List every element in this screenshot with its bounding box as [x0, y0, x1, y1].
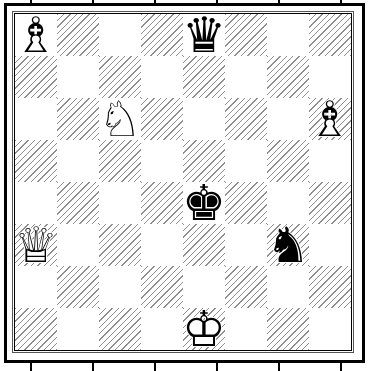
square-f4[interactable] — [225, 182, 267, 224]
square-h1[interactable] — [309, 308, 351, 350]
square-c2[interactable] — [99, 266, 141, 308]
square-h3[interactable] — [309, 224, 351, 266]
square-a8[interactable]: ♝♗ — [15, 14, 57, 56]
square-g1[interactable] — [267, 308, 309, 350]
piece-white-queen-icon[interactable]: ♕ — [15, 225, 57, 267]
square-b6[interactable] — [57, 98, 99, 140]
square-a5[interactable] — [15, 140, 57, 182]
square-g7[interactable] — [267, 56, 309, 98]
piece-white-bishop-icon[interactable]: ♗ — [15, 15, 57, 57]
square-h4[interactable] — [309, 182, 351, 224]
square-c8[interactable] — [99, 14, 141, 56]
piece-black-knight-icon[interactable]: ♞ — [267, 225, 309, 267]
square-g8[interactable] — [267, 14, 309, 56]
square-g5[interactable] — [267, 140, 309, 182]
square-d4[interactable] — [141, 182, 183, 224]
square-a3[interactable]: ♛♕ — [15, 224, 57, 266]
square-c6[interactable]: ♞♘ — [99, 98, 141, 140]
square-b3[interactable] — [57, 224, 99, 266]
square-c1[interactable] — [99, 308, 141, 350]
square-a6[interactable] — [15, 98, 57, 140]
chess-diagram: ♝♗♛♛♞♘♝♗♚♚♛♕♞♞♚♔ — [0, 0, 370, 371]
square-c4[interactable] — [99, 182, 141, 224]
frame-tick-marks-top — [4, 0, 365, 3]
square-b8[interactable] — [57, 14, 99, 56]
square-d6[interactable] — [141, 98, 183, 140]
chess-board: ♝♗♛♛♞♘♝♗♚♚♛♕♞♞♚♔ — [14, 13, 352, 351]
square-e6[interactable] — [183, 98, 225, 140]
square-b5[interactable] — [57, 140, 99, 182]
square-f1[interactable] — [225, 308, 267, 350]
square-b7[interactable] — [57, 56, 99, 98]
square-b2[interactable] — [57, 266, 99, 308]
square-f7[interactable] — [225, 56, 267, 98]
square-e4[interactable]: ♚♚ — [183, 182, 225, 224]
piece-white-king-icon[interactable]: ♔ — [183, 309, 225, 351]
square-g6[interactable] — [267, 98, 309, 140]
square-h8[interactable] — [309, 14, 351, 56]
frame-tick-marks-bottom — [4, 363, 365, 371]
square-b4[interactable] — [57, 182, 99, 224]
square-d1[interactable] — [141, 308, 183, 350]
square-b1[interactable] — [57, 308, 99, 350]
square-f6[interactable] — [225, 98, 267, 140]
square-h6[interactable]: ♝♗ — [309, 98, 351, 140]
square-c3[interactable] — [99, 224, 141, 266]
square-e8[interactable]: ♛♛ — [183, 14, 225, 56]
piece-black-queen-icon[interactable]: ♛ — [183, 15, 225, 57]
square-f8[interactable] — [225, 14, 267, 56]
square-g3[interactable]: ♞♞ — [267, 224, 309, 266]
piece-white-knight-icon[interactable]: ♘ — [99, 99, 141, 141]
square-f3[interactable] — [225, 224, 267, 266]
square-d5[interactable] — [141, 140, 183, 182]
piece-black-king-icon[interactable]: ♚ — [183, 183, 225, 225]
square-d3[interactable] — [141, 224, 183, 266]
square-d8[interactable] — [141, 14, 183, 56]
square-a1[interactable] — [15, 308, 57, 350]
square-e1[interactable]: ♚♔ — [183, 308, 225, 350]
piece-white-bishop-icon[interactable]: ♗ — [309, 99, 351, 141]
square-d2[interactable] — [141, 266, 183, 308]
square-f5[interactable] — [225, 140, 267, 182]
square-d7[interactable] — [141, 56, 183, 98]
square-h2[interactable] — [309, 266, 351, 308]
square-f2[interactable] — [225, 266, 267, 308]
